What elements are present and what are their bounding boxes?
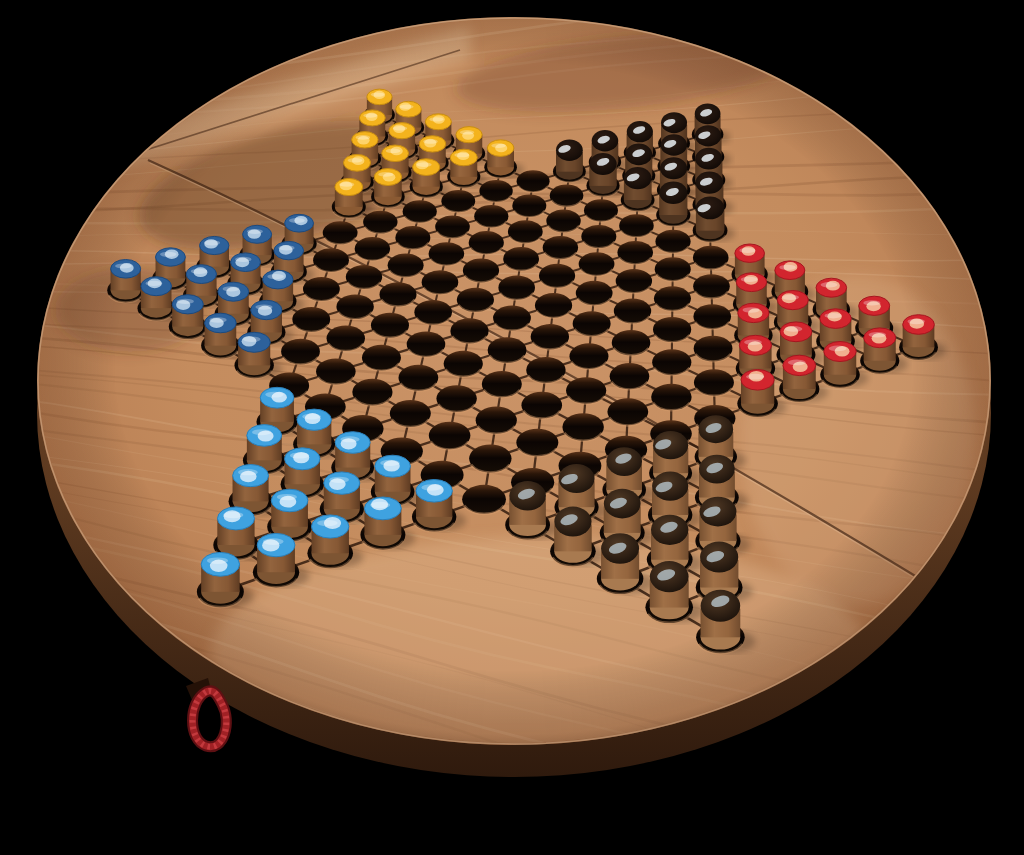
hole-r15-c7[interactable] bbox=[516, 429, 558, 457]
hole-r10-c5[interactable] bbox=[414, 300, 452, 325]
hole-r10-c2[interactable] bbox=[281, 339, 320, 365]
hole-r8-c9[interactable] bbox=[508, 220, 543, 243]
hole-r11-c5[interactable] bbox=[450, 318, 488, 343]
hole-r10-c11[interactable] bbox=[655, 230, 690, 253]
hole-r8-c10[interactable] bbox=[546, 210, 580, 233]
hole-r7-c11[interactable] bbox=[550, 184, 584, 206]
hole-r15-c9[interactable] bbox=[607, 398, 648, 425]
hole-r12-c9[interactable] bbox=[614, 299, 651, 324]
hole-r13-c11[interactable] bbox=[693, 304, 731, 329]
hole-r8-c5[interactable] bbox=[346, 265, 382, 289]
hole-r13-c6[interactable] bbox=[482, 371, 522, 397]
hole-r9-c5[interactable] bbox=[380, 282, 417, 306]
hole-r7-c10[interactable] bbox=[512, 195, 546, 217]
hole-r14-c7[interactable] bbox=[521, 392, 562, 419]
hole-r11-c6[interactable] bbox=[493, 306, 531, 331]
hole-r10-c4[interactable] bbox=[371, 313, 409, 338]
hole-r11-c11[interactable] bbox=[693, 246, 729, 270]
hole-r13-c10[interactable] bbox=[653, 317, 691, 342]
hole-r14-c5[interactable] bbox=[429, 422, 471, 450]
hole-r12-c6[interactable] bbox=[488, 337, 527, 363]
hole-r14-c8[interactable] bbox=[566, 377, 606, 404]
hole-r9-c4[interactable] bbox=[336, 294, 373, 319]
hole-r9-c8[interactable] bbox=[503, 247, 539, 271]
hole-r10-c8[interactable] bbox=[539, 264, 575, 288]
hole-r15-c10[interactable] bbox=[651, 384, 691, 411]
hole-r16-c6[interactable] bbox=[462, 485, 506, 514]
hole-r9-c9[interactable] bbox=[543, 236, 578, 259]
chinese-checkers-scene bbox=[0, 0, 1024, 855]
hole-r12-c7[interactable] bbox=[531, 324, 569, 349]
hole-r8-c11[interactable] bbox=[584, 199, 618, 221]
hole-r15-c11[interactable] bbox=[694, 369, 734, 395]
hole-r14-c10[interactable] bbox=[652, 349, 691, 375]
hole-r10-c3[interactable] bbox=[327, 326, 365, 351]
hole-r13-c4[interactable] bbox=[390, 400, 431, 427]
hole-r6-c6[interactable] bbox=[323, 221, 358, 244]
hole-r9-c6[interactable] bbox=[422, 270, 459, 294]
hole-r8-c7[interactable] bbox=[429, 242, 465, 265]
hole-r13-c8[interactable] bbox=[569, 343, 608, 369]
hole-r10-c10[interactable] bbox=[617, 241, 653, 264]
hole-r14-c6[interactable] bbox=[476, 407, 517, 434]
hole-r13-c7[interactable] bbox=[526, 357, 565, 383]
hole-r11-c4[interactable] bbox=[407, 331, 446, 356]
hole-r7-c8[interactable] bbox=[435, 215, 470, 238]
hole-r12-c4[interactable] bbox=[398, 365, 438, 391]
hole-r10-c6[interactable] bbox=[457, 288, 494, 312]
hole-r7-c6[interactable] bbox=[355, 237, 390, 260]
hole-r11-c2[interactable] bbox=[316, 358, 356, 384]
hole-r11-c10[interactable] bbox=[655, 257, 691, 281]
hole-r10-c7[interactable] bbox=[498, 276, 535, 300]
hole-r11-c7[interactable] bbox=[535, 293, 572, 318]
hole-r13-c5[interactable] bbox=[436, 385, 476, 412]
hole-r7-c9[interactable] bbox=[474, 205, 508, 228]
hole-r8-c6[interactable] bbox=[388, 253, 424, 277]
hole-r10-c9[interactable] bbox=[579, 252, 615, 276]
hole-r8-c8[interactable] bbox=[469, 231, 504, 254]
hole-r11-c8[interactable] bbox=[576, 281, 613, 305]
chinese-checkers-board bbox=[0, 0, 1024, 855]
hole-r9-c7[interactable] bbox=[463, 259, 499, 283]
hole-r9-c10[interactable] bbox=[581, 225, 616, 248]
hole-r12-c3[interactable] bbox=[352, 379, 392, 406]
hole-r9-c11[interactable] bbox=[619, 214, 654, 237]
hole-r14-c9[interactable] bbox=[610, 363, 650, 389]
hole-r13-c9[interactable] bbox=[612, 330, 651, 355]
hole-r12-c5[interactable] bbox=[444, 351, 483, 377]
hole-r15-c8[interactable] bbox=[562, 413, 603, 440]
hole-r11-c3[interactable] bbox=[362, 345, 401, 371]
hole-r14-c11[interactable] bbox=[694, 336, 733, 362]
hole-r15-c6[interactable] bbox=[469, 445, 511, 473]
hole-r12-c10[interactable] bbox=[654, 286, 691, 310]
hole-r12-c8[interactable] bbox=[573, 311, 611, 336]
hole-r12-c11[interactable] bbox=[693, 274, 730, 298]
hole-r11-c9[interactable] bbox=[616, 269, 652, 293]
hole-r7-c7[interactable] bbox=[395, 226, 430, 249]
